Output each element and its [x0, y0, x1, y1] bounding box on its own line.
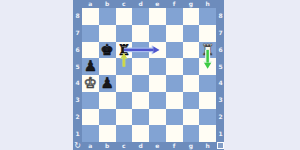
file-label-g: g: [183, 0, 200, 8]
page-background: abcdefgh abcdefgh 87654321 87654321 ♚♜♟♚…: [0, 0, 300, 150]
black-rook-c6[interactable]: ♜: [116, 42, 133, 59]
rank-label-5: 5: [73, 58, 82, 75]
expand-icon-box: [217, 142, 224, 149]
file-label-b: b: [99, 0, 116, 8]
white-rook-h6[interactable]: ♜: [199, 42, 216, 59]
file-label-f: f: [166, 142, 183, 150]
black-king-b6[interactable]: ♚: [99, 42, 116, 59]
rank-label-1: 1: [217, 125, 224, 142]
rank-labels-right: 87654321: [217, 8, 224, 142]
rank-label-4: 4: [217, 75, 224, 92]
expand-icon[interactable]: [217, 142, 224, 149]
black-pawn-b4[interactable]: ♟: [99, 75, 116, 92]
file-label-g: g: [183, 142, 200, 150]
rank-labels-left: 87654321: [73, 8, 82, 142]
rank-label-6: 6: [217, 42, 224, 59]
rank-label-3: 3: [217, 92, 224, 109]
flip-board-icon[interactable]: ↻: [73, 141, 82, 150]
board-pieces: ♚♜♟♚♟♜: [82, 8, 216, 142]
white-king-a4[interactable]: ♚: [82, 75, 99, 92]
file-label-a: a: [82, 142, 99, 150]
rank-label-8: 8: [217, 8, 224, 25]
file-label-e: e: [149, 142, 166, 150]
file-label-c: c: [116, 142, 133, 150]
rank-label-5: 5: [217, 58, 224, 75]
file-label-d: d: [132, 142, 149, 150]
rank-label-1: 1: [73, 125, 82, 142]
rank-label-7: 7: [73, 25, 82, 42]
rank-label-2: 2: [73, 109, 82, 126]
chess-board: abcdefgh abcdefgh 87654321 87654321 ♚♜♟♚…: [73, 0, 224, 150]
file-labels-top: abcdefgh: [82, 0, 216, 8]
black-pawn-a5[interactable]: ♟: [82, 58, 99, 75]
file-label-e: e: [149, 0, 166, 8]
file-label-a: a: [82, 0, 99, 8]
file-label-d: d: [132, 0, 149, 8]
rank-label-4: 4: [73, 75, 82, 92]
rank-label-3: 3: [73, 92, 82, 109]
rank-label-2: 2: [217, 109, 224, 126]
rank-label-6: 6: [73, 42, 82, 59]
file-label-h: h: [199, 0, 216, 8]
file-label-b: b: [99, 142, 116, 150]
rank-label-7: 7: [217, 25, 224, 42]
rank-label-8: 8: [73, 8, 82, 25]
file-labels-bottom: abcdefgh: [82, 142, 216, 150]
file-label-h: h: [199, 142, 216, 150]
file-label-f: f: [166, 0, 183, 8]
file-label-c: c: [116, 0, 133, 8]
